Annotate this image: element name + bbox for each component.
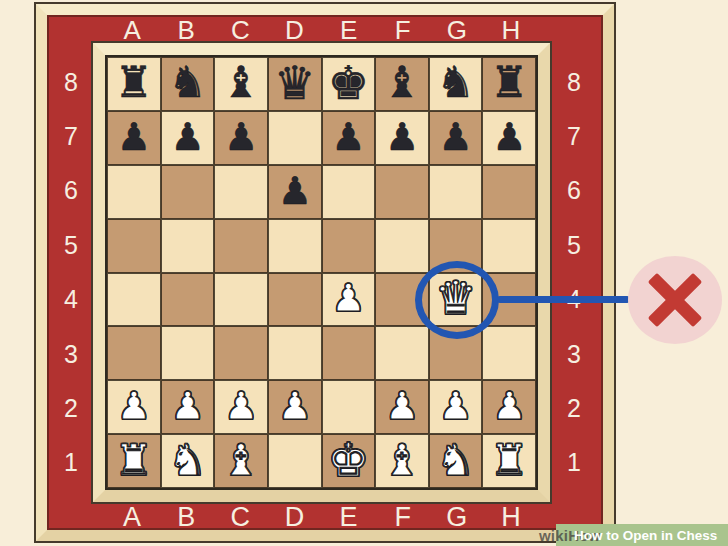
black-pawn: ♟ [439, 118, 473, 156]
square-h1: ♜ [482, 434, 536, 488]
square-c2: ♟ [214, 380, 268, 434]
file-label-a: A [105, 15, 159, 46]
square-c8: ♝ [214, 57, 268, 111]
white-pawn: ♟ [331, 279, 365, 317]
rank-label-7: 7 [52, 109, 90, 163]
black-bishop: ♝ [222, 61, 261, 104]
square-f6 [375, 165, 429, 219]
square-a2: ♟ [107, 380, 161, 434]
square-c6 [214, 165, 268, 219]
white-bishop: ♝ [383, 439, 422, 482]
rank-label-5: 5 [52, 218, 90, 272]
square-h3 [482, 326, 536, 380]
square-f1: ♝ [375, 434, 429, 488]
square-g1: ♞ [429, 434, 483, 488]
file-label-f: F [376, 15, 430, 46]
square-a8: ♜ [107, 57, 161, 111]
black-bishop: ♝ [383, 61, 422, 104]
rank-labels-right: 87654321 [555, 55, 593, 490]
square-a7: ♟ [107, 111, 161, 165]
black-pawn: ♟ [492, 118, 526, 156]
white-pawn: ♟ [492, 387, 526, 425]
square-g8: ♞ [429, 57, 483, 111]
rank-label-8: 8 [52, 55, 90, 109]
square-d7 [268, 111, 322, 165]
black-pawn: ♟ [278, 172, 312, 210]
file-label-d: D [267, 15, 321, 46]
square-d8: ♛ [268, 57, 322, 111]
file-label-a: A [105, 502, 159, 533]
black-pawn: ♟ [331, 118, 365, 156]
file-label-e: E [322, 15, 376, 46]
white-rook: ♜ [115, 439, 154, 482]
rank-label-6: 6 [555, 164, 593, 218]
black-knight: ♞ [168, 61, 207, 104]
white-bishop: ♝ [222, 439, 261, 482]
square-b3 [161, 326, 215, 380]
black-rook: ♜ [115, 61, 154, 104]
square-a5 [107, 219, 161, 273]
annotation-pointer-line [497, 296, 630, 303]
square-h8: ♜ [482, 57, 536, 111]
file-label-g: G [430, 502, 484, 533]
square-f3 [375, 326, 429, 380]
square-h7: ♟ [482, 111, 536, 165]
square-g2: ♟ [429, 380, 483, 434]
square-h5 [482, 219, 536, 273]
white-pawn: ♟ [385, 387, 419, 425]
square-e3 [322, 326, 376, 380]
black-pawn: ♟ [385, 118, 419, 156]
rank-label-3: 3 [555, 327, 593, 381]
square-e4: ♟ [322, 273, 376, 327]
file-label-c: C [213, 15, 267, 46]
square-h2: ♟ [482, 380, 536, 434]
white-knight: ♞ [436, 439, 475, 482]
black-pawn: ♟ [224, 118, 258, 156]
square-a4 [107, 273, 161, 327]
file-label-b: B [159, 15, 213, 46]
rank-label-4: 4 [52, 273, 90, 327]
rank-label-1: 1 [52, 436, 90, 490]
black-king: ♚ [328, 60, 369, 106]
square-d2: ♟ [268, 380, 322, 434]
square-d1 [268, 434, 322, 488]
white-pawn: ♟ [439, 387, 473, 425]
rank-labels-left: 87654321 [52, 55, 90, 490]
square-e8: ♚ [322, 57, 376, 111]
white-pawn: ♟ [278, 387, 312, 425]
file-labels-top: ABCDEFGH [105, 15, 538, 43]
file-label-g: G [430, 15, 484, 46]
square-e7: ♟ [322, 111, 376, 165]
square-f8: ♝ [375, 57, 429, 111]
white-pawn: ♟ [224, 387, 258, 425]
file-label-h: H [484, 15, 538, 46]
black-rook: ♜ [490, 61, 529, 104]
rank-label-8: 8 [555, 55, 593, 109]
file-label-f: F [376, 502, 430, 533]
rank-label-2: 2 [555, 381, 593, 435]
square-d3 [268, 326, 322, 380]
square-b6 [161, 165, 215, 219]
square-c3 [214, 326, 268, 380]
square-e6 [322, 165, 376, 219]
square-c4 [214, 273, 268, 327]
square-b7: ♟ [161, 111, 215, 165]
square-b5 [161, 219, 215, 273]
black-queen: ♛ [274, 60, 315, 106]
file-label-b: B [159, 502, 213, 533]
file-label-h: H [484, 502, 538, 533]
square-a1: ♜ [107, 434, 161, 488]
square-f7: ♟ [375, 111, 429, 165]
square-e5 [322, 219, 376, 273]
square-c5 [214, 219, 268, 273]
white-pawn: ♟ [117, 387, 151, 425]
square-b1: ♞ [161, 434, 215, 488]
queen-highlight-circle [415, 261, 499, 339]
square-c7: ♟ [214, 111, 268, 165]
rank-label-2: 2 [52, 381, 90, 435]
square-f2: ♟ [375, 380, 429, 434]
square-e1: ♚ [322, 434, 376, 488]
rank-label-7: 7 [555, 109, 593, 163]
square-a3 [107, 326, 161, 380]
rank-label-5: 5 [555, 218, 593, 272]
file-label-d: D [267, 502, 321, 533]
rank-label-3: 3 [52, 327, 90, 381]
watermark-title: How to Open in Chess [574, 528, 717, 543]
square-f5 [375, 219, 429, 273]
black-pawn: ♟ [117, 118, 151, 156]
square-e2 [322, 380, 376, 434]
file-label-e: E [322, 502, 376, 533]
square-a6 [107, 165, 161, 219]
square-d4 [268, 273, 322, 327]
bad-move-x-icon [628, 256, 722, 344]
square-b8: ♞ [161, 57, 215, 111]
rank-label-1: 1 [555, 436, 593, 490]
white-king: ♚ [328, 437, 369, 483]
black-pawn: ♟ [170, 118, 204, 156]
white-rook: ♜ [490, 439, 529, 482]
square-b4 [161, 273, 215, 327]
white-pawn: ♟ [170, 387, 204, 425]
black-knight: ♞ [436, 61, 475, 104]
file-label-c: C [213, 502, 267, 533]
square-h6 [482, 165, 536, 219]
square-d6: ♟ [268, 165, 322, 219]
square-g7: ♟ [429, 111, 483, 165]
file-labels-bottom: ABCDEFGH [105, 502, 538, 530]
square-b2: ♟ [161, 380, 215, 434]
white-knight: ♞ [168, 439, 207, 482]
square-c1: ♝ [214, 434, 268, 488]
illustration-canvas: ABCDEFGH ABCDEFGH 87654321 87654321 ♜♞♝♛… [0, 0, 728, 546]
square-d5 [268, 219, 322, 273]
rank-label-6: 6 [52, 164, 90, 218]
square-g6 [429, 165, 483, 219]
